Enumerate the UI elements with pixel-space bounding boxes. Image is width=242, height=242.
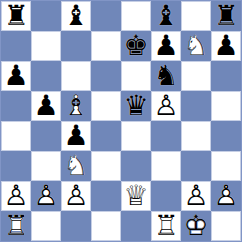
square-a8[interactable]: ♜ — [1, 1, 31, 31]
white-rook-icon: ♜♖ — [1, 211, 31, 241]
square-g7[interactable]: ♞♘ — [181, 31, 211, 61]
black-pawn-icon: ♟ — [151, 31, 181, 61]
black-rook-icon: ♜ — [1, 1, 31, 31]
square-c3[interactable]: ♞♘ — [61, 151, 91, 181]
square-b5[interactable]: ♟ — [31, 91, 61, 121]
square-d5[interactable] — [91, 91, 121, 121]
square-b7[interactable] — [31, 31, 61, 61]
square-c1[interactable] — [61, 211, 91, 241]
square-h5[interactable] — [211, 91, 241, 121]
white-pawn-icon: ♟♙ — [181, 181, 211, 211]
square-f7[interactable]: ♟ — [151, 31, 181, 61]
square-g1[interactable]: ♚♔ — [181, 211, 211, 241]
square-h4[interactable] — [211, 121, 241, 151]
square-h7[interactable]: ♟ — [211, 31, 241, 61]
square-h6[interactable] — [211, 61, 241, 91]
square-b1[interactable] — [31, 211, 61, 241]
square-a1[interactable]: ♜♖ — [1, 211, 31, 241]
white-pawn-icon: ♟♙ — [211, 181, 241, 211]
square-g2[interactable]: ♟♙ — [181, 181, 211, 211]
square-a7[interactable] — [1, 31, 31, 61]
square-d1[interactable] — [91, 211, 121, 241]
white-knight-icon: ♞♘ — [61, 151, 91, 181]
square-h1[interactable] — [211, 211, 241, 241]
black-knight-icon: ♞ — [151, 61, 181, 91]
chess-board: ♜♝♝♜♚♟♞♘♟♟♞♟♝♗♛♟♙♟♞♘♟♙♟♙♟♙♛♕♟♙♟♙♜♖♜♖♚♔ — [0, 0, 242, 242]
square-b4[interactable] — [31, 121, 61, 151]
square-f1[interactable]: ♜♖ — [151, 211, 181, 241]
white-pawn-icon: ♟♙ — [151, 91, 181, 121]
square-e3[interactable] — [121, 151, 151, 181]
white-king-icon: ♚♔ — [181, 211, 211, 241]
black-pawn-icon: ♟ — [31, 91, 61, 121]
square-g4[interactable] — [181, 121, 211, 151]
black-rook-icon: ♜ — [211, 1, 241, 31]
square-d4[interactable] — [91, 121, 121, 151]
square-e8[interactable] — [121, 1, 151, 31]
white-rook-icon: ♜♖ — [151, 211, 181, 241]
square-h8[interactable]: ♜ — [211, 1, 241, 31]
square-e2[interactable]: ♛♕ — [121, 181, 151, 211]
black-pawn-icon: ♟ — [211, 31, 241, 61]
square-b6[interactable] — [31, 61, 61, 91]
square-c5[interactable]: ♝♗ — [61, 91, 91, 121]
square-e6[interactable] — [121, 61, 151, 91]
square-e5[interactable]: ♛ — [121, 91, 151, 121]
square-f6[interactable]: ♞ — [151, 61, 181, 91]
square-h2[interactable]: ♟♙ — [211, 181, 241, 211]
black-bishop-icon: ♝ — [151, 1, 181, 31]
square-g5[interactable] — [181, 91, 211, 121]
square-h3[interactable] — [211, 151, 241, 181]
square-e7[interactable]: ♚ — [121, 31, 151, 61]
square-a2[interactable]: ♟♙ — [1, 181, 31, 211]
white-pawn-icon: ♟♙ — [31, 181, 61, 211]
white-queen-icon: ♛♕ — [121, 181, 151, 211]
white-knight-icon: ♞♘ — [181, 31, 211, 61]
square-c8[interactable]: ♝ — [61, 1, 91, 31]
square-d8[interactable] — [91, 1, 121, 31]
black-pawn-icon: ♟ — [1, 61, 31, 91]
square-c4[interactable]: ♟ — [61, 121, 91, 151]
square-f4[interactable] — [151, 121, 181, 151]
white-pawn-icon: ♟♙ — [61, 181, 91, 211]
square-b2[interactable]: ♟♙ — [31, 181, 61, 211]
square-d7[interactable] — [91, 31, 121, 61]
square-f5[interactable]: ♟♙ — [151, 91, 181, 121]
square-a6[interactable]: ♟ — [1, 61, 31, 91]
black-pawn-icon: ♟ — [61, 121, 91, 151]
square-f2[interactable] — [151, 181, 181, 211]
black-bishop-icon: ♝ — [61, 1, 91, 31]
square-g8[interactable] — [181, 1, 211, 31]
black-queen-icon: ♛ — [121, 91, 151, 121]
black-king-icon: ♚ — [121, 31, 151, 61]
square-c7[interactable] — [61, 31, 91, 61]
square-d2[interactable] — [91, 181, 121, 211]
square-a4[interactable] — [1, 121, 31, 151]
white-pawn-icon: ♟♙ — [1, 181, 31, 211]
square-e1[interactable] — [121, 211, 151, 241]
square-d3[interactable] — [91, 151, 121, 181]
square-e4[interactable] — [121, 121, 151, 151]
square-b8[interactable] — [31, 1, 61, 31]
square-c6[interactable] — [61, 61, 91, 91]
square-f3[interactable] — [151, 151, 181, 181]
square-g6[interactable] — [181, 61, 211, 91]
square-f8[interactable]: ♝ — [151, 1, 181, 31]
square-a3[interactable] — [1, 151, 31, 181]
square-d6[interactable] — [91, 61, 121, 91]
square-a5[interactable] — [1, 91, 31, 121]
white-bishop-icon: ♝♗ — [61, 91, 91, 121]
square-g3[interactable] — [181, 151, 211, 181]
square-c2[interactable]: ♟♙ — [61, 181, 91, 211]
square-b3[interactable] — [31, 151, 61, 181]
